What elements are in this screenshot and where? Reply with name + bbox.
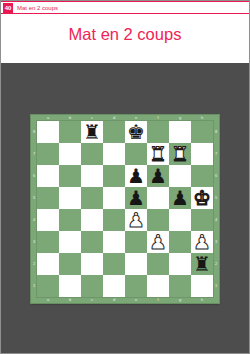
coord-label-h: h	[191, 298, 213, 302]
coord-label-2: 2	[33, 253, 35, 275]
square-a8[interactable]	[37, 121, 59, 143]
square-b5[interactable]	[59, 187, 81, 209]
coord-label-2: 2	[215, 253, 217, 275]
square-f2[interactable]	[147, 253, 169, 275]
square-b2[interactable]	[59, 253, 81, 275]
square-e6[interactable]: ♟	[125, 165, 147, 187]
coord-label-5: 5	[33, 187, 35, 209]
square-f6[interactable]: ♟	[147, 165, 169, 187]
coord-label-8: 8	[33, 121, 35, 143]
black-pawn-e6[interactable]: ♟	[127, 165, 145, 187]
square-d4[interactable]	[103, 209, 125, 231]
square-d1[interactable]	[103, 275, 125, 297]
square-a4[interactable]	[37, 209, 59, 231]
square-d2[interactable]	[103, 253, 125, 275]
square-e7[interactable]	[125, 143, 147, 165]
square-g5[interactable]: ♟	[169, 187, 191, 209]
coord-label-7: 7	[33, 143, 35, 165]
tab-label: Mat en 2 coups	[17, 5, 58, 11]
square-b7[interactable]	[59, 143, 81, 165]
square-h4[interactable]	[191, 209, 213, 231]
coord-label-g: g	[169, 116, 191, 120]
square-e8[interactable]: ♚	[125, 121, 147, 143]
square-d5[interactable]	[103, 187, 125, 209]
coord-label-1: 1	[215, 275, 217, 297]
coord-label-d: d	[103, 298, 125, 302]
square-d6[interactable]	[103, 165, 125, 187]
puzzle-title: Mat en 2 coups	[1, 26, 249, 43]
black-pawn-e5[interactable]: ♟	[127, 187, 145, 209]
square-f8[interactable]	[147, 121, 169, 143]
chess-board: abcdefgh 87654321 ♜♚♜♜♟♟♟♟♚♟♟♟♜ 87654321…	[31, 115, 219, 303]
square-f7[interactable]: ♜	[147, 143, 169, 165]
square-f5[interactable]	[147, 187, 169, 209]
square-c7[interactable]	[81, 143, 103, 165]
coord-label-f: f	[147, 298, 169, 302]
square-h2[interactable]: ♜	[191, 253, 213, 275]
coord-label-g: g	[169, 298, 191, 302]
square-e3[interactable]	[125, 231, 147, 253]
square-c8[interactable]: ♜	[81, 121, 103, 143]
square-e4[interactable]: ♟	[125, 209, 147, 231]
square-h3[interactable]: ♟	[191, 231, 213, 253]
white-rook-f7[interactable]: ♜	[149, 143, 167, 165]
square-b6[interactable]	[59, 165, 81, 187]
square-c5[interactable]	[81, 187, 103, 209]
square-g3[interactable]	[169, 231, 191, 253]
square-b1[interactable]	[59, 275, 81, 297]
coord-label-8: 8	[215, 121, 217, 143]
coord-label-a: a	[37, 116, 59, 120]
square-a5[interactable]	[37, 187, 59, 209]
square-h6[interactable]	[191, 165, 213, 187]
square-c2[interactable]	[81, 253, 103, 275]
square-h7[interactable]	[191, 143, 213, 165]
black-rook-c8[interactable]: ♜	[83, 121, 101, 143]
square-h5[interactable]: ♚	[191, 187, 213, 209]
tab-strip[interactable]: 40 Mat en 2 coups	[1, 1, 249, 14]
square-g4[interactable]	[169, 209, 191, 231]
header-card: 40 Mat en 2 coups Mat en 2 coups	[1, 1, 249, 63]
rank-labels-right: 87654321	[213, 121, 219, 297]
white-king-h5[interactable]: ♚	[193, 187, 211, 209]
black-pawn-g5[interactable]: ♟	[171, 187, 189, 209]
square-c1[interactable]	[81, 275, 103, 297]
coord-label-1: 1	[33, 275, 35, 297]
square-d3[interactable]	[103, 231, 125, 253]
square-h8[interactable]	[191, 121, 213, 143]
square-c3[interactable]	[81, 231, 103, 253]
coord-label-6: 6	[33, 165, 35, 187]
app-window: 40 Mat en 2 coups Mat en 2 coups abcdefg…	[0, 0, 250, 354]
square-h1[interactable]	[191, 275, 213, 297]
black-rook-h2[interactable]: ♜	[193, 253, 211, 275]
square-g6[interactable]	[169, 165, 191, 187]
file-labels-bottom: abcdefgh	[37, 297, 213, 303]
square-d7[interactable]	[103, 143, 125, 165]
white-pawn-e4[interactable]: ♟	[127, 209, 145, 231]
square-b8[interactable]	[59, 121, 81, 143]
coord-label-b: b	[59, 298, 81, 302]
coord-label-7: 7	[215, 143, 217, 165]
coord-label-b: b	[59, 116, 81, 120]
square-b4[interactable]	[59, 209, 81, 231]
square-b3[interactable]	[59, 231, 81, 253]
square-g7[interactable]: ♜	[169, 143, 191, 165]
coord-label-a: a	[37, 298, 59, 302]
square-f3[interactable]: ♟	[147, 231, 169, 253]
coord-label-3: 3	[33, 231, 35, 253]
coord-label-6: 6	[215, 165, 217, 187]
square-a2[interactable]	[37, 253, 59, 275]
coord-label-c: c	[81, 298, 103, 302]
coord-label-e: e	[125, 298, 147, 302]
coord-label-5: 5	[215, 187, 217, 209]
square-c4[interactable]	[81, 209, 103, 231]
coord-label-3: 3	[215, 231, 217, 253]
board-area: abcdefgh 87654321 ♜♚♜♜♟♟♟♟♚♟♟♟♜ 87654321…	[1, 115, 249, 303]
square-c6[interactable]	[81, 165, 103, 187]
white-pawn-f3[interactable]: ♟	[149, 231, 167, 253]
square-a3[interactable]	[37, 231, 59, 253]
square-f1[interactable]	[147, 275, 169, 297]
square-e1[interactable]	[125, 275, 147, 297]
square-a7[interactable]	[37, 143, 59, 165]
coord-label-d: d	[103, 116, 125, 120]
square-f4[interactable]	[147, 209, 169, 231]
square-g1[interactable]	[169, 275, 191, 297]
square-g8[interactable]	[169, 121, 191, 143]
coord-label-f: f	[147, 116, 169, 120]
square-e2[interactable]	[125, 253, 147, 275]
coord-label-h: h	[191, 116, 213, 120]
board-squares: ♜♚♜♜♟♟♟♟♚♟♟♟♜	[37, 121, 213, 297]
tab-number-badge: 40	[3, 3, 13, 13]
white-pawn-h3[interactable]: ♟	[193, 231, 211, 253]
black-king-e8[interactable]: ♚	[127, 121, 145, 143]
coord-label-4: 4	[33, 209, 35, 231]
coord-label-4: 4	[215, 209, 217, 231]
square-g2[interactable]	[169, 253, 191, 275]
square-d8[interactable]	[103, 121, 125, 143]
square-e5[interactable]: ♟	[125, 187, 147, 209]
square-a1[interactable]	[37, 275, 59, 297]
white-rook-g7[interactable]: ♜	[171, 143, 189, 165]
square-a6[interactable]	[37, 165, 59, 187]
black-pawn-f6[interactable]: ♟	[149, 165, 167, 187]
